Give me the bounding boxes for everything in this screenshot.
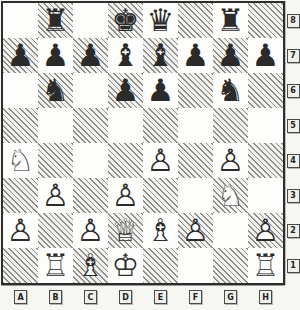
piece-black-pawn-f7: ♟: [178, 38, 213, 73]
file-label-cell-f: F: [178, 288, 213, 306]
square-h2[interactable]: ♟♙: [248, 213, 283, 248]
piece-fill-backing: ♝: [143, 213, 178, 248]
square-c8[interactable]: [73, 3, 108, 38]
piece-black-pawn-a7: ♟: [3, 38, 38, 73]
piece-white-pawn-d3: ♙: [108, 178, 143, 213]
piece-black-pawn-h7: ♟: [248, 38, 283, 73]
piece-white-bishop-c1: ♗: [73, 248, 108, 283]
piece-fill-backing: ♟: [108, 178, 143, 213]
piece-fill-backing: ♞: [3, 143, 38, 178]
file-label-cell-b: B: [38, 288, 73, 306]
piece-white-rook-b1: ♖: [38, 248, 73, 283]
square-c5[interactable]: [73, 108, 108, 143]
chess-diagram: ♜♚♛♜♟♟♟♝♝♟♟♟♞♟♟♞♞♘♟♙♟♙♟♙♟♙♞♘♟♙♟♙♛♕♝♗♟♙♟♙…: [0, 0, 300, 310]
piece-white-queen-d2: ♕: [108, 213, 143, 248]
rank-label-7: 7: [287, 49, 300, 63]
square-h7[interactable]: ♟: [248, 38, 283, 73]
square-g5[interactable]: [213, 108, 248, 143]
square-c7[interactable]: ♟: [73, 38, 108, 73]
piece-black-pawn-e6: ♟: [143, 73, 178, 108]
piece-fill-backing: ♟: [38, 178, 73, 213]
square-a3[interactable]: [3, 178, 38, 213]
file-label-cell-a: A: [3, 288, 38, 306]
square-c2[interactable]: ♟♙: [73, 213, 108, 248]
square-g4[interactable]: ♟♙: [213, 143, 248, 178]
square-f6[interactable]: [178, 73, 213, 108]
square-b7[interactable]: ♟: [38, 38, 73, 73]
square-g2[interactable]: [213, 213, 248, 248]
file-label-b: B: [49, 290, 62, 304]
rank-label-cell-8: 8: [286, 3, 300, 38]
rank-label-cell-1: 1: [286, 248, 300, 283]
square-f5[interactable]: [178, 108, 213, 143]
square-h1[interactable]: ♜♖: [248, 248, 283, 283]
square-d3[interactable]: ♟♙: [108, 178, 143, 213]
piece-white-pawn-c2: ♙: [73, 213, 108, 248]
square-b1[interactable]: ♜♖: [38, 248, 73, 283]
rank-label-3: 3: [287, 189, 300, 203]
square-a4[interactable]: ♞♘: [3, 143, 38, 178]
piece-black-pawn-c7: ♟: [73, 38, 108, 73]
square-f7[interactable]: ♟: [178, 38, 213, 73]
square-d8[interactable]: ♚: [108, 3, 143, 38]
file-label-h: H: [259, 290, 272, 304]
piece-white-knight-g3: ♘: [213, 178, 248, 213]
square-b8[interactable]: ♜: [38, 3, 73, 38]
square-c4[interactable]: [73, 143, 108, 178]
piece-fill-backing: ♟: [178, 213, 213, 248]
piece-fill-backing: ♟: [143, 143, 178, 178]
square-g3[interactable]: ♞♘: [213, 178, 248, 213]
piece-black-pawn-d6: ♟: [108, 73, 143, 108]
square-e7[interactable]: ♝: [143, 38, 178, 73]
rank-label-cell-2: 2: [286, 213, 300, 248]
piece-white-pawn-g4: ♙: [213, 143, 248, 178]
square-d6[interactable]: ♟: [108, 73, 143, 108]
rank-label-cell-5: 5: [286, 108, 300, 143]
square-d7[interactable]: ♝: [108, 38, 143, 73]
piece-white-king-d1: ♔: [108, 248, 143, 283]
square-g7[interactable]: ♟: [213, 38, 248, 73]
piece-fill-backing: ♟: [73, 213, 108, 248]
file-label-cell-d: D: [108, 288, 143, 306]
square-d4[interactable]: [108, 143, 143, 178]
rank-labels: 87654321: [286, 3, 300, 283]
square-e3[interactable]: [143, 178, 178, 213]
square-h3[interactable]: [248, 178, 283, 213]
square-b5[interactable]: [38, 108, 73, 143]
piece-black-knight-g6: ♞: [213, 73, 248, 108]
rank-label-4: 4: [287, 154, 300, 168]
rank-label-cell-6: 6: [286, 73, 300, 108]
piece-fill-backing: ♝: [73, 248, 108, 283]
square-e4[interactable]: ♟♙: [143, 143, 178, 178]
square-a8[interactable]: [3, 3, 38, 38]
square-g6[interactable]: ♞: [213, 73, 248, 108]
rank-label-1: 1: [287, 259, 300, 273]
piece-white-pawn-b3: ♙: [38, 178, 73, 213]
piece-black-rook-g8: ♜: [213, 3, 248, 38]
piece-fill-backing: ♞: [213, 178, 248, 213]
piece-white-pawn-e4: ♙: [143, 143, 178, 178]
piece-black-queen-e8: ♛: [143, 3, 178, 38]
square-h8[interactable]: [248, 3, 283, 38]
square-c6[interactable]: [73, 73, 108, 108]
file-label-cell-c: C: [73, 288, 108, 306]
square-d5[interactable]: [108, 108, 143, 143]
piece-white-pawn-a2: ♙: [3, 213, 38, 248]
piece-fill-backing: ♚: [108, 248, 143, 283]
square-h6[interactable]: [248, 73, 283, 108]
piece-white-knight-a4: ♘: [3, 143, 38, 178]
rank-label-8: 8: [287, 14, 300, 28]
piece-black-rook-b8: ♜: [38, 3, 73, 38]
square-g8[interactable]: ♜: [213, 3, 248, 38]
file-label-cell-e: E: [143, 288, 178, 306]
square-f1[interactable]: [178, 248, 213, 283]
square-d2[interactable]: ♛♕: [108, 213, 143, 248]
piece-black-bishop-d7: ♝: [108, 38, 143, 73]
square-f4[interactable]: [178, 143, 213, 178]
file-label-g: G: [224, 290, 237, 304]
square-a7[interactable]: ♟: [3, 38, 38, 73]
square-b3[interactable]: ♟♙: [38, 178, 73, 213]
square-b2[interactable]: [38, 213, 73, 248]
piece-white-pawn-h2: ♙: [248, 213, 283, 248]
piece-fill-backing: ♟: [3, 213, 38, 248]
rank-label-cell-7: 7: [286, 38, 300, 73]
file-label-cell-h: H: [248, 288, 283, 306]
piece-white-rook-h1: ♖: [248, 248, 283, 283]
rank-label-2: 2: [287, 224, 300, 238]
piece-black-pawn-b7: ♟: [38, 38, 73, 73]
piece-white-bishop-e2: ♗: [143, 213, 178, 248]
square-b6[interactable]: ♞: [38, 73, 73, 108]
piece-black-pawn-g7: ♟: [213, 38, 248, 73]
square-f2[interactable]: ♟♙: [178, 213, 213, 248]
file-label-d: D: [119, 290, 132, 304]
square-b4[interactable]: [38, 143, 73, 178]
piece-white-pawn-f2: ♙: [178, 213, 213, 248]
square-c3[interactable]: [73, 178, 108, 213]
square-f3[interactable]: [178, 178, 213, 213]
piece-fill-backing: ♛: [108, 213, 143, 248]
square-a2[interactable]: ♟♙: [3, 213, 38, 248]
file-label-a: A: [14, 290, 27, 304]
piece-fill-backing: ♟: [248, 213, 283, 248]
square-e1[interactable]: [143, 248, 178, 283]
square-a5[interactable]: [3, 108, 38, 143]
file-label-c: C: [84, 290, 97, 304]
square-h4[interactable]: [248, 143, 283, 178]
rank-label-6: 6: [287, 84, 300, 98]
piece-black-king-d8: ♚: [108, 3, 143, 38]
rank-label-cell-4: 4: [286, 143, 300, 178]
rank-label-5: 5: [287, 119, 300, 133]
square-a1[interactable]: [3, 248, 38, 283]
file-labels: ABCDEFGH: [3, 288, 283, 306]
square-f8[interactable]: [178, 3, 213, 38]
square-e2[interactable]: ♝♗: [143, 213, 178, 248]
chess-board: ♜♚♛♜♟♟♟♝♝♟♟♟♞♟♟♞♞♘♟♙♟♙♟♙♟♙♞♘♟♙♟♙♛♕♝♗♟♙♟♙…: [1, 1, 285, 285]
piece-fill-backing: ♜: [38, 248, 73, 283]
square-g1[interactable]: [213, 248, 248, 283]
square-c1[interactable]: ♝♗: [73, 248, 108, 283]
piece-black-bishop-e7: ♝: [143, 38, 178, 73]
square-e5[interactable]: [143, 108, 178, 143]
square-a6[interactable]: [3, 73, 38, 108]
piece-fill-backing: ♟: [213, 143, 248, 178]
piece-black-knight-b6: ♞: [38, 73, 73, 108]
square-e6[interactable]: ♟: [143, 73, 178, 108]
file-label-e: E: [154, 290, 167, 304]
rank-label-cell-3: 3: [286, 178, 300, 213]
square-d1[interactable]: ♚♔: [108, 248, 143, 283]
piece-fill-backing: ♜: [248, 248, 283, 283]
square-h5[interactable]: [248, 108, 283, 143]
file-label-cell-g: G: [213, 288, 248, 306]
square-e8[interactable]: ♛: [143, 3, 178, 38]
file-label-f: F: [189, 290, 202, 304]
